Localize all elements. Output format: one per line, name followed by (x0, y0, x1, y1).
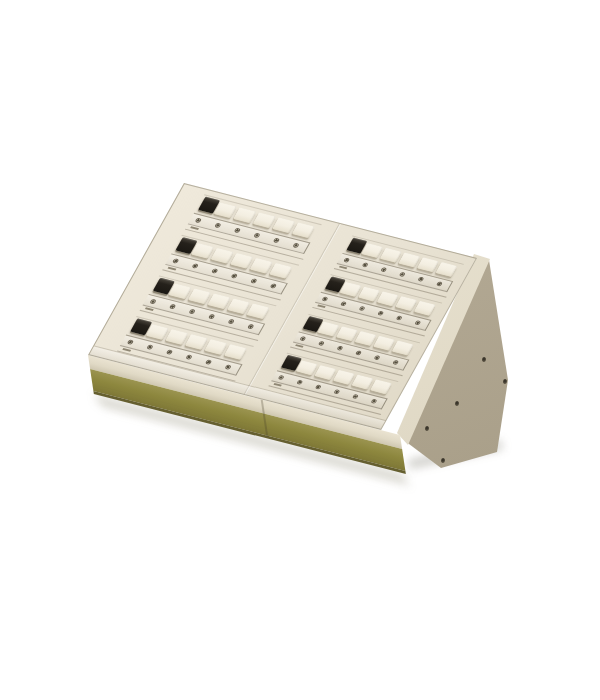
indicator-led (336, 345, 343, 350)
indicator-led (414, 320, 421, 325)
indicator-led (370, 398, 377, 403)
white-key (377, 291, 399, 306)
indicator-led (314, 384, 321, 389)
indicator-led (377, 310, 384, 315)
indicator-led (398, 272, 405, 277)
indicator-led (355, 350, 362, 355)
white-key (352, 375, 374, 390)
product-photo-canvas (0, 0, 600, 700)
screw-hole (425, 426, 430, 432)
white-key (336, 326, 358, 341)
screw-hole (412, 449, 417, 455)
indicator-led (361, 262, 368, 267)
strip-end-tick (424, 320, 431, 331)
white-key (358, 287, 380, 302)
indicator-led (333, 389, 340, 394)
white-key (340, 282, 362, 297)
screw-hole (494, 287, 499, 293)
screw-hole (441, 458, 446, 464)
indicator-led (395, 315, 402, 320)
white-key (317, 322, 339, 337)
white-key (296, 360, 318, 375)
indicator-led (340, 301, 347, 306)
indicator-led (373, 355, 380, 360)
screw-hole (482, 357, 487, 363)
white-key (373, 336, 395, 351)
indicator-led (435, 281, 442, 286)
indicator-led (296, 379, 303, 384)
indicator-led (277, 375, 284, 380)
indicator-led (343, 257, 350, 262)
screw-hole (503, 379, 508, 385)
white-key (414, 301, 436, 316)
white-key (333, 370, 355, 385)
indicator-led (358, 306, 365, 311)
indicator-led (299, 336, 306, 341)
white-key (436, 262, 458, 277)
white-key (370, 379, 392, 394)
white-key (361, 243, 383, 258)
white-key (417, 257, 439, 272)
indicator-led (417, 276, 424, 281)
indicator-led (317, 341, 324, 346)
indicator-led (380, 267, 387, 272)
strip-end-tick (446, 281, 453, 292)
indicator-led (321, 296, 328, 301)
strip-end-tick (402, 360, 409, 371)
white-key (355, 331, 377, 346)
indicator-led (392, 360, 399, 365)
white-key (395, 296, 417, 311)
white-key (392, 341, 414, 356)
white-key (314, 365, 336, 380)
strip-end-tick (381, 398, 388, 409)
indicator-led (351, 394, 358, 399)
screw-hole (455, 401, 460, 407)
white-key (398, 253, 420, 268)
white-key (380, 248, 402, 263)
